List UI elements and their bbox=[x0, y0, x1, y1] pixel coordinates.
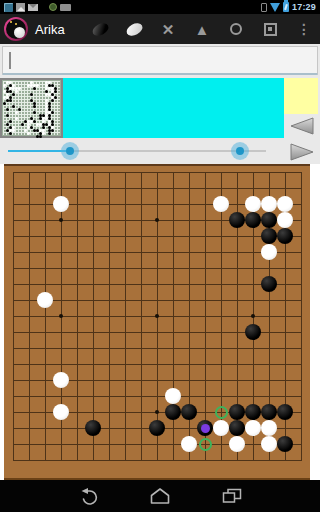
white-stone[interactable] bbox=[245, 196, 261, 212]
app-icon-sparkle bbox=[10, 21, 12, 23]
star-point bbox=[155, 410, 159, 414]
board-area bbox=[0, 164, 320, 480]
thumb-white-stone bbox=[18, 87, 21, 90]
square-icon bbox=[264, 23, 277, 36]
thumb-white-stone bbox=[27, 132, 30, 135]
android-navigation-bar bbox=[0, 480, 320, 512]
comment-input[interactable] bbox=[2, 46, 318, 75]
thumb-black-stone bbox=[48, 132, 51, 135]
circle-mark bbox=[215, 406, 228, 419]
star-point bbox=[251, 314, 255, 318]
thumb-black-stone bbox=[12, 93, 15, 96]
white-stone[interactable] bbox=[53, 196, 69, 212]
thumb-black-stone bbox=[51, 99, 54, 102]
black-stone[interactable] bbox=[245, 324, 261, 340]
black-stone[interactable] bbox=[229, 420, 245, 436]
board-cells bbox=[5, 164, 309, 468]
text-cursor bbox=[9, 52, 11, 69]
cross-mark-tool-button[interactable]: ✕ bbox=[157, 17, 179, 41]
square-mark-tool-button[interactable] bbox=[259, 17, 281, 41]
white-stone[interactable] bbox=[53, 372, 69, 388]
white-stone[interactable] bbox=[261, 196, 277, 212]
right-triangle-icon bbox=[289, 143, 315, 161]
black-stone[interactable] bbox=[277, 404, 293, 420]
thumb-black-stone bbox=[33, 111, 36, 114]
black-stone[interactable] bbox=[245, 212, 261, 228]
white-stone[interactable] bbox=[37, 292, 53, 308]
circle-mark bbox=[199, 438, 212, 451]
slider-track[interactable] bbox=[8, 150, 266, 152]
thumb-black-stone bbox=[51, 111, 54, 114]
slider-handle-core bbox=[66, 147, 74, 155]
black-stone[interactable] bbox=[229, 404, 245, 420]
black-stone[interactable] bbox=[229, 212, 245, 228]
circle-icon bbox=[230, 23, 242, 35]
white-stone[interactable] bbox=[53, 404, 69, 420]
star-point bbox=[155, 314, 159, 318]
wifi-icon bbox=[270, 3, 280, 12]
thumb-black-stone bbox=[54, 96, 57, 99]
thumb-white-stone bbox=[36, 84, 39, 87]
overflow-menu-button[interactable]: ⋮ bbox=[293, 17, 315, 41]
thumb-black-stone bbox=[6, 114, 9, 117]
white-stone[interactable] bbox=[277, 212, 293, 228]
white-stone[interactable] bbox=[165, 388, 181, 404]
black-stone[interactable] bbox=[277, 436, 293, 452]
thumb-black-stone bbox=[30, 93, 33, 96]
black-stone[interactable] bbox=[261, 276, 277, 292]
app-title: Arika bbox=[35, 22, 65, 37]
thumb-black-stone bbox=[9, 99, 12, 102]
slider-handle-2[interactable] bbox=[231, 142, 249, 160]
thumb-black-stone bbox=[33, 105, 36, 108]
app-icon-white-stone bbox=[14, 27, 25, 38]
arika-go-app-screen: 17:29 Arika ✕ ▲ ⋮ bbox=[0, 0, 320, 512]
thumb-white-stone bbox=[15, 90, 18, 93]
left-triangle-icon bbox=[289, 117, 315, 135]
mail-icon bbox=[28, 4, 38, 11]
status-notification-icons bbox=[4, 3, 71, 12]
black-stone[interactable] bbox=[181, 404, 197, 420]
arika-app-icon bbox=[4, 17, 28, 41]
black-stone[interactable] bbox=[261, 228, 277, 244]
markup-toolbar: ✕ ▲ ⋮ bbox=[89, 17, 316, 41]
home-icon bbox=[149, 487, 171, 505]
thumbnail-grid bbox=[3, 81, 60, 135]
recents-icon bbox=[221, 487, 243, 505]
go-board[interactable] bbox=[4, 164, 310, 480]
board-thumbnail[interactable] bbox=[0, 78, 63, 138]
green-app-icon bbox=[49, 3, 57, 11]
cyan-panel[interactable] bbox=[63, 78, 284, 138]
screenshot-icon bbox=[16, 3, 25, 12]
yellow-panel[interactable] bbox=[284, 78, 318, 114]
black-stone[interactable] bbox=[261, 404, 277, 420]
black-stone[interactable] bbox=[85, 420, 101, 436]
triangle-icon: ▲ bbox=[195, 22, 210, 37]
white-stone[interactable] bbox=[261, 420, 277, 436]
move-slider-row bbox=[0, 138, 320, 164]
usb-tray-icon bbox=[60, 4, 71, 11]
thumb-black-stone bbox=[54, 90, 57, 93]
white-stone[interactable] bbox=[213, 420, 229, 436]
clock: 17:29 bbox=[292, 2, 316, 12]
cross-icon: ✕ bbox=[162, 22, 175, 37]
next-move-button[interactable] bbox=[287, 141, 317, 162]
black-stone[interactable] bbox=[165, 404, 181, 420]
thumb-white-stone bbox=[12, 129, 15, 132]
back-button[interactable] bbox=[75, 485, 101, 507]
status-system-icons: 17:29 bbox=[261, 2, 316, 12]
last-move-marker bbox=[201, 424, 210, 433]
black-stone[interactable] bbox=[149, 420, 165, 436]
white-stone-tool-button[interactable] bbox=[123, 17, 145, 41]
thumb-black-stone bbox=[6, 108, 9, 111]
white-stone[interactable] bbox=[245, 420, 261, 436]
white-stone-icon bbox=[124, 20, 144, 38]
app-notification-icon bbox=[4, 3, 13, 12]
vibrate-icon bbox=[261, 3, 267, 12]
circle-mark-tool-button[interactable] bbox=[225, 17, 247, 41]
battery-icon bbox=[283, 2, 289, 12]
previous-move-button[interactable] bbox=[287, 115, 317, 136]
black-stone-icon bbox=[90, 20, 110, 38]
white-stone[interactable] bbox=[261, 436, 277, 452]
recents-button[interactable] bbox=[219, 485, 245, 507]
android-status-bar: 17:29 bbox=[0, 0, 320, 14]
white-stone[interactable] bbox=[277, 196, 293, 212]
thumb-black-stone bbox=[18, 108, 21, 111]
game-preview-row bbox=[0, 78, 320, 138]
white-stone[interactable] bbox=[261, 244, 277, 260]
white-stone[interactable] bbox=[213, 196, 229, 212]
back-icon bbox=[77, 487, 99, 505]
triangle-mark-tool-button[interactable]: ▲ bbox=[191, 17, 213, 41]
slider-handle-core bbox=[236, 147, 244, 155]
thumb-white-stone bbox=[42, 132, 45, 135]
white-stone[interactable] bbox=[181, 436, 197, 452]
black-stone[interactable] bbox=[245, 404, 261, 420]
slider-handle-1[interactable] bbox=[61, 142, 79, 160]
thumb-black-stone bbox=[9, 132, 12, 135]
thumb-black-stone bbox=[12, 105, 15, 108]
home-button[interactable] bbox=[147, 485, 173, 507]
star-point bbox=[155, 218, 159, 222]
thumb-black-stone bbox=[9, 120, 12, 123]
thumb-white-stone bbox=[15, 111, 18, 114]
thumb-black-stone bbox=[33, 87, 36, 90]
star-point bbox=[59, 218, 63, 222]
thumb-black-stone bbox=[21, 123, 24, 126]
white-stone[interactable] bbox=[229, 436, 245, 452]
app-icon-sparkle bbox=[15, 23, 17, 25]
thumb-black-stone bbox=[51, 129, 54, 132]
thumb-black-stone bbox=[3, 102, 6, 105]
star-point bbox=[59, 314, 63, 318]
comment-area bbox=[0, 44, 320, 78]
black-stone[interactable] bbox=[261, 212, 277, 228]
black-stone-tool-button[interactable] bbox=[89, 17, 111, 41]
thumb-white-stone bbox=[15, 117, 18, 120]
black-stone[interactable] bbox=[277, 228, 293, 244]
overflow-icon: ⋮ bbox=[297, 22, 311, 36]
action-bar: Arika ✕ ▲ ⋮ bbox=[0, 14, 320, 44]
